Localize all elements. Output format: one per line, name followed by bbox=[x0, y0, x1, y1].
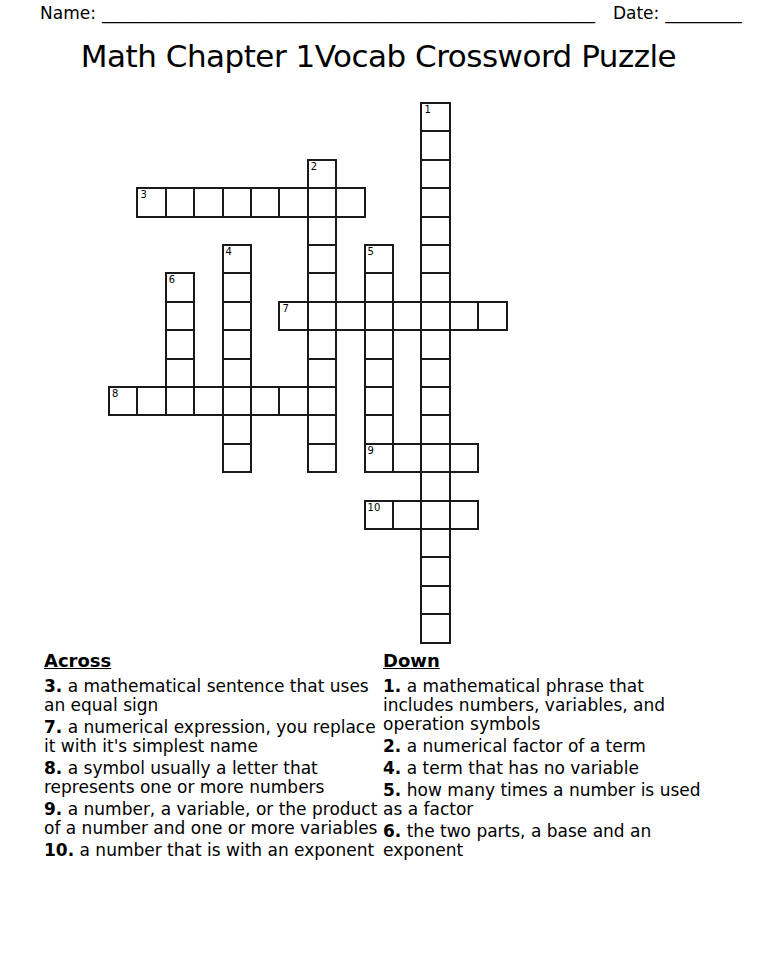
crossword-cell[interactable] bbox=[307, 414, 337, 444]
clue-text: a number, a variable, or the product of … bbox=[44, 799, 377, 838]
crossword-cell[interactable] bbox=[165, 329, 195, 359]
crossword-cell[interactable] bbox=[392, 500, 422, 530]
crossword-grid: 12345678910 bbox=[108, 102, 510, 646]
crossword-cell[interactable] bbox=[420, 358, 450, 388]
crossword-cell[interactable] bbox=[420, 187, 450, 217]
clue-down-1: 1. a mathematical phrase that includes n… bbox=[383, 677, 705, 734]
crossword-cell[interactable] bbox=[222, 301, 252, 331]
crossword-cell[interactable] bbox=[250, 187, 280, 217]
crossword-cell[interactable] bbox=[222, 272, 252, 302]
crossword-cell[interactable]: 6 bbox=[165, 272, 195, 302]
crossword-cell[interactable] bbox=[165, 187, 195, 217]
page-title: Math Chapter 1Vocab Crossword Puzzle bbox=[0, 38, 757, 74]
crossword-cell[interactable] bbox=[165, 358, 195, 388]
cell-number-4: 4 bbox=[226, 246, 232, 257]
crossword-cell[interactable] bbox=[222, 187, 252, 217]
crossword-cell[interactable] bbox=[420, 613, 450, 643]
crossword-cell[interactable]: 5 bbox=[364, 244, 394, 274]
clue-across-9: 9. a number, a variable, or the product … bbox=[44, 800, 392, 838]
cell-number-9: 9 bbox=[368, 445, 374, 456]
name-blank-line: ________________________________________… bbox=[102, 3, 595, 23]
clue-across-7: 7. a numerical expression, you replace i… bbox=[44, 718, 392, 756]
crossword-cell[interactable]: 4 bbox=[222, 244, 252, 274]
crossword-cell[interactable] bbox=[449, 500, 479, 530]
crossword-cell[interactable] bbox=[420, 443, 450, 473]
crossword-cell[interactable] bbox=[307, 329, 337, 359]
crossword-cell[interactable] bbox=[335, 301, 365, 331]
crossword-cell[interactable] bbox=[449, 443, 479, 473]
cell-number-1: 1 bbox=[424, 104, 430, 115]
crossword-cell[interactable] bbox=[222, 358, 252, 388]
clue-number: 9. bbox=[44, 799, 62, 819]
clue-number: 7. bbox=[44, 717, 62, 737]
clue-number: 6. bbox=[383, 821, 401, 841]
crossword-cell[interactable] bbox=[420, 528, 450, 558]
crossword-cell[interactable] bbox=[392, 443, 422, 473]
crossword-cell[interactable] bbox=[250, 386, 280, 416]
crossword-cell[interactable] bbox=[364, 329, 394, 359]
cell-number-8: 8 bbox=[112, 388, 118, 399]
clue-text: a numerical expression, you replace it w… bbox=[44, 717, 376, 756]
name-label: Name: bbox=[40, 3, 96, 23]
date-blank-line: _________ bbox=[665, 3, 742, 23]
name-date-row: Name:___________________________________… bbox=[40, 3, 742, 23]
crossword-cell[interactable] bbox=[477, 301, 507, 331]
crossword-cell[interactable] bbox=[307, 216, 337, 246]
clue-number: 1. bbox=[383, 676, 401, 696]
date-label: Date: bbox=[613, 3, 659, 23]
across-header: Across bbox=[44, 650, 392, 671]
crossword-cell[interactable] bbox=[307, 386, 337, 416]
crossword-cell[interactable] bbox=[222, 386, 252, 416]
clue-across-8: 8. a symbol usually a letter that repres… bbox=[44, 759, 392, 797]
clue-text: a numerical factor of a term bbox=[407, 736, 646, 756]
clue-text: a number that is with an exponent bbox=[80, 840, 375, 860]
crossword-cell[interactable]: 8 bbox=[108, 386, 138, 416]
down-clues-section: Down 1. a mathematical phrase that inclu… bbox=[383, 650, 705, 863]
crossword-cell[interactable] bbox=[307, 244, 337, 274]
across-clues-section: Across 3. a mathematical sentence that u… bbox=[44, 650, 392, 863]
cell-number-5: 5 bbox=[368, 246, 374, 257]
crossword-cell[interactable] bbox=[420, 414, 450, 444]
crossword-cell[interactable] bbox=[278, 187, 308, 217]
crossword-cell[interactable] bbox=[420, 556, 450, 586]
cell-number-10: 10 bbox=[368, 502, 381, 513]
crossword-cell[interactable] bbox=[307, 187, 337, 217]
crossword-cell[interactable] bbox=[165, 386, 195, 416]
clue-text: a symbol usually a letter that represent… bbox=[44, 758, 324, 797]
clue-down-5: 5. how many times a number is used as a … bbox=[383, 781, 705, 819]
crossword-cell[interactable] bbox=[136, 386, 166, 416]
crossword-cell[interactable] bbox=[364, 414, 394, 444]
crossword-cell[interactable]: 2 bbox=[307, 159, 337, 189]
clue-across-3: 3. a mathematical sentence that uses an … bbox=[44, 677, 392, 715]
crossword-cell[interactable] bbox=[193, 386, 223, 416]
crossword-cell[interactable] bbox=[278, 386, 308, 416]
crossword-cell[interactable] bbox=[420, 329, 450, 359]
crossword-cell[interactable]: 3 bbox=[136, 187, 166, 217]
crossword-cell[interactable] bbox=[449, 301, 479, 331]
crossword-cell[interactable] bbox=[364, 386, 394, 416]
clue-down-6: 6. the two parts, a base and an exponent bbox=[383, 822, 705, 860]
clue-text: how many times a number is used as a fac… bbox=[383, 780, 701, 819]
crossword-cell[interactable] bbox=[420, 272, 450, 302]
down-header: Down bbox=[383, 650, 705, 671]
crossword-cell[interactable] bbox=[193, 187, 223, 217]
crossword-cell[interactable] bbox=[420, 500, 450, 530]
crossword-cell[interactable]: 1 bbox=[420, 102, 450, 132]
crossword-cell[interactable] bbox=[420, 585, 450, 615]
clue-number: 8. bbox=[44, 758, 62, 778]
cell-number-3: 3 bbox=[140, 189, 146, 200]
clue-text: a mathematical phrase that includes numb… bbox=[383, 676, 665, 734]
crossword-cell[interactable] bbox=[222, 329, 252, 359]
clue-text: a mathematical sentence that uses an equ… bbox=[44, 676, 369, 715]
crossword-cell[interactable] bbox=[420, 216, 450, 246]
clue-number: 10. bbox=[44, 840, 74, 860]
clue-number: 4. bbox=[383, 758, 401, 778]
clue-text: a term that has no variable bbox=[407, 758, 639, 778]
clue-across-10: 10. a number that is with an exponent bbox=[44, 841, 392, 860]
crossword-cell[interactable] bbox=[364, 358, 394, 388]
clue-down-2: 2. a numerical factor of a term bbox=[383, 737, 705, 756]
cell-number-2: 2 bbox=[311, 161, 317, 172]
clue-text: the two parts, a base and an exponent bbox=[383, 821, 651, 860]
crossword-cell[interactable] bbox=[420, 386, 450, 416]
crossword-cell[interactable] bbox=[165, 301, 195, 331]
crossword-cell[interactable] bbox=[335, 187, 365, 217]
cell-number-7: 7 bbox=[282, 303, 288, 314]
crossword-cell[interactable] bbox=[307, 358, 337, 388]
crossword-cell[interactable] bbox=[222, 443, 252, 473]
crossword-cell[interactable] bbox=[307, 301, 337, 331]
crossword-cell[interactable] bbox=[420, 244, 450, 274]
crossword-cell[interactable] bbox=[420, 159, 450, 189]
crossword-cell[interactable] bbox=[420, 130, 450, 160]
crossword-cell[interactable] bbox=[307, 272, 337, 302]
crossword-cell[interactable]: 9 bbox=[364, 443, 394, 473]
crossword-cell[interactable] bbox=[364, 301, 394, 331]
crossword-cell[interactable]: 10 bbox=[364, 500, 394, 530]
crossword-cell[interactable] bbox=[392, 301, 422, 331]
crossword-cell[interactable] bbox=[420, 301, 450, 331]
clue-number: 3. bbox=[44, 676, 62, 696]
crossword-cell[interactable] bbox=[222, 414, 252, 444]
crossword-cell[interactable]: 7 bbox=[278, 301, 308, 331]
clue-number: 2. bbox=[383, 736, 401, 756]
clue-down-4: 4. a term that has no variable bbox=[383, 759, 705, 778]
crossword-cell[interactable] bbox=[420, 471, 450, 501]
crossword-cell[interactable] bbox=[364, 272, 394, 302]
crossword-cell[interactable] bbox=[307, 443, 337, 473]
clue-number: 5. bbox=[383, 780, 401, 800]
cell-number-6: 6 bbox=[169, 274, 175, 285]
